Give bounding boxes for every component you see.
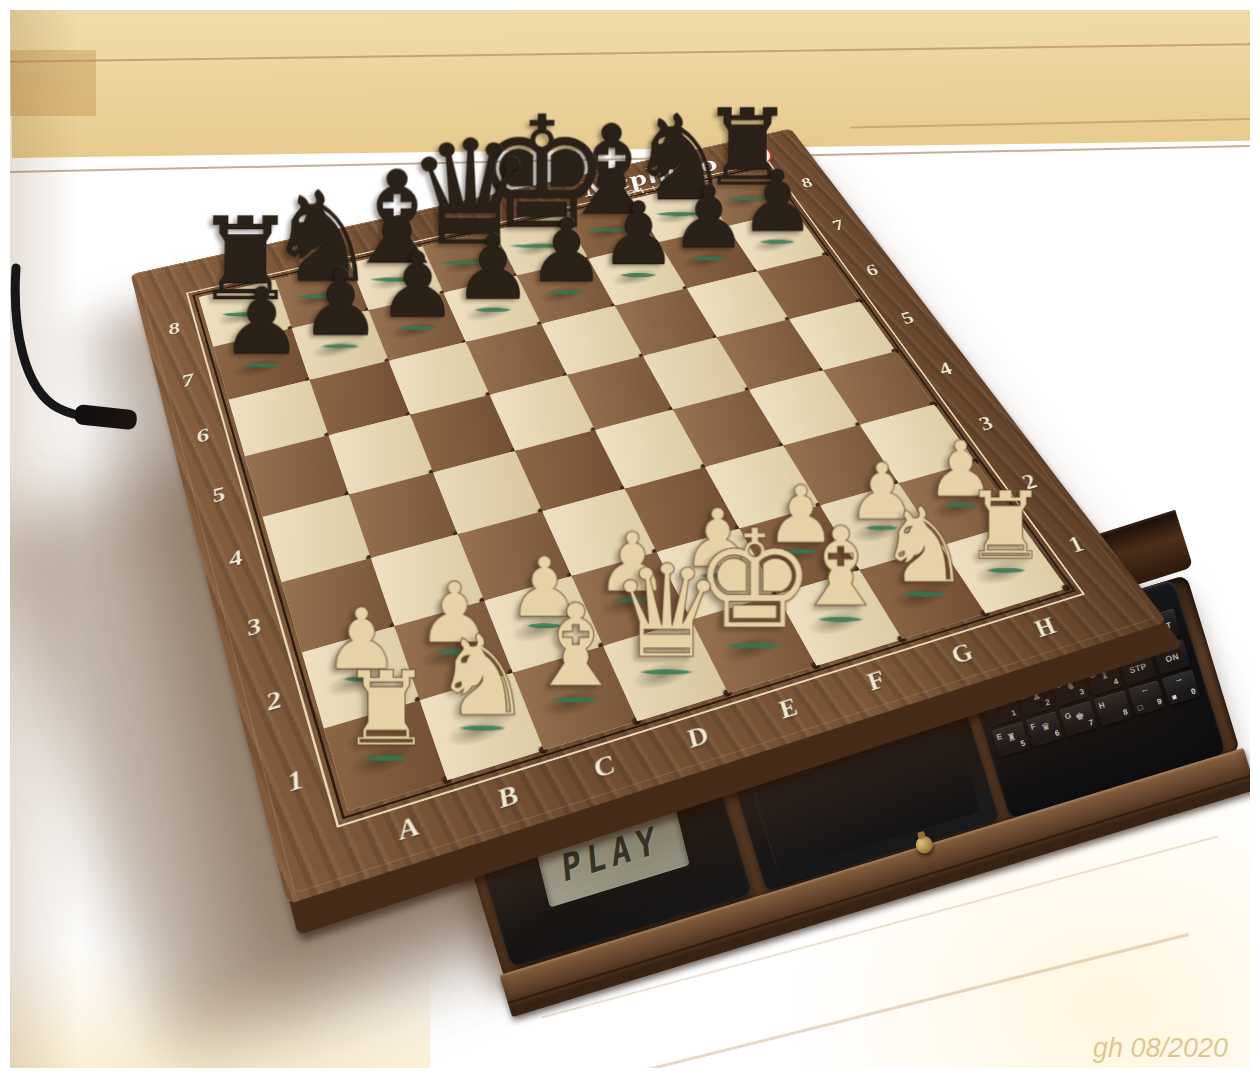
- felt-base: [902, 592, 947, 597]
- felt-base: [985, 567, 1025, 572]
- white-square-icon: □: [1137, 703, 1144, 713]
- piece-white-bishop-c1[interactable]: ♝: [525, 592, 627, 700]
- black-square-icon: ■: [1171, 692, 1178, 702]
- key-piece-icon: ♝: [1099, 668, 1111, 681]
- key-h8[interactable]: H8: [1094, 690, 1132, 726]
- key-piece-icon: ♟: [1030, 689, 1042, 702]
- key-back-9[interactable]: ←□9: [1128, 680, 1166, 716]
- key-forward-0[interactable]: →■0: [1162, 669, 1200, 705]
- key-e5[interactable]: E♜5: [991, 721, 1029, 757]
- felt-base: [458, 725, 506, 731]
- table-seam: [850, 118, 1250, 129]
- key-piece-icon: ♞: [1064, 679, 1076, 692]
- photo-frame: PLAY MM I + HG 170 INFOPOSLEVMEMCLENTA1B…: [0, 0, 1260, 1080]
- key-c3[interactable]: C♞3: [1050, 670, 1088, 706]
- lcd-text: PLAY: [560, 816, 663, 891]
- table-plank-patch: [10, 50, 96, 116]
- arrow-right-icon: →: [1173, 674, 1184, 685]
- key-piece-icon: ♛: [1040, 720, 1052, 733]
- piece-white-rook-a1[interactable]: ♜: [340, 660, 432, 758]
- felt-base: [639, 670, 694, 676]
- key-d4[interactable]: D♝4: [1084, 660, 1122, 696]
- table-seam: [10, 43, 1250, 62]
- key-piece-icon: ♚: [1074, 709, 1086, 722]
- key-f6[interactable]: F♛6: [1025, 711, 1063, 747]
- piece-white-rook-h1[interactable]: ♜: [963, 482, 1047, 571]
- key-stp[interactable]: STP: [1118, 649, 1156, 685]
- key-g7[interactable]: G♚7: [1060, 701, 1098, 737]
- key-piece-icon: ♜: [1006, 730, 1018, 743]
- key-a1[interactable]: A1: [982, 691, 1020, 727]
- scene: PLAY MM I + HG 170 INFOPOSLEVMEMCLENTA1B…: [10, 10, 1250, 1068]
- felt-base: [817, 617, 864, 623]
- piece-white-knight-g1[interactable]: ♞: [877, 496, 971, 595]
- watermark: gh 08/2020: [1093, 1033, 1228, 1064]
- arrow-left-icon: ←: [1139, 684, 1150, 695]
- key-b2[interactable]: B♟2: [1016, 680, 1054, 716]
- felt-base: [725, 643, 784, 649]
- key-on[interactable]: ON: [1153, 639, 1191, 675]
- felt-base: [551, 697, 600, 703]
- felt-base: [364, 755, 408, 761]
- piece-white-knight-b1[interactable]: ♞: [432, 622, 533, 729]
